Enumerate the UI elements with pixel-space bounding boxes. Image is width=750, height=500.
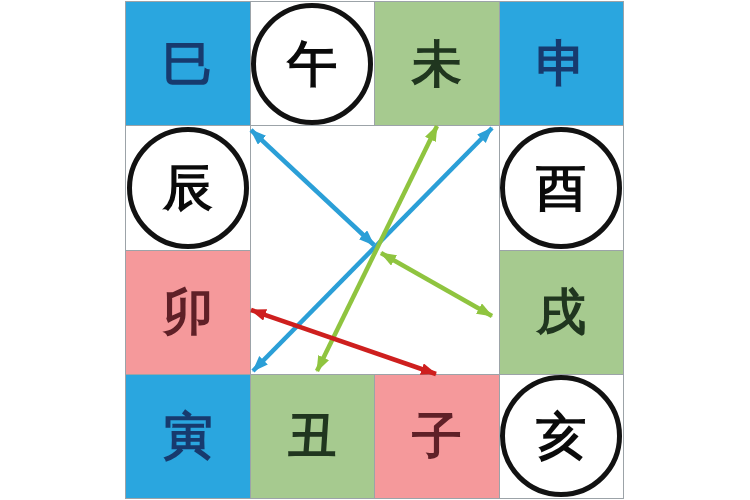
- center-arrow-area: [251, 126, 499, 374]
- cell-hai: 亥: [500, 375, 624, 498]
- branch-char-yin: 寅: [163, 411, 213, 461]
- cell-si: 巳: [126, 2, 250, 125]
- cell-xu: 戌: [500, 251, 624, 374]
- cell-you: 酉: [500, 126, 624, 249]
- branch-char-chen: 辰: [163, 163, 213, 213]
- branch-char-mao: 卯: [163, 287, 213, 337]
- branch-char-hai: 亥: [536, 411, 586, 461]
- cell-wei: 未: [375, 2, 499, 125]
- branch-char-chou: 丑: [287, 411, 337, 461]
- cell-zi: 子: [375, 375, 499, 498]
- cell-mao: 卯: [126, 251, 250, 374]
- earthly-branches-diagram: 巳 午 未 申 辰 酉 卯 戌 寅 丑: [0, 0, 750, 500]
- branch-char-xu: 戌: [536, 287, 586, 337]
- cell-shen: 申: [500, 2, 624, 125]
- branch-board: 巳 午 未 申 辰 酉 卯 戌 寅 丑: [125, 1, 624, 499]
- branch-char-si: 巳: [163, 39, 213, 89]
- branch-char-wu: 午: [287, 39, 337, 89]
- branch-char-zi: 子: [412, 411, 462, 461]
- cell-wu: 午: [251, 2, 375, 125]
- cell-chou: 丑: [251, 375, 375, 498]
- cell-chen: 辰: [126, 126, 250, 249]
- cell-yin: 寅: [126, 375, 250, 498]
- branch-char-you: 酉: [536, 163, 586, 213]
- branch-char-wei: 未: [412, 39, 462, 89]
- branch-char-shen: 申: [536, 39, 586, 89]
